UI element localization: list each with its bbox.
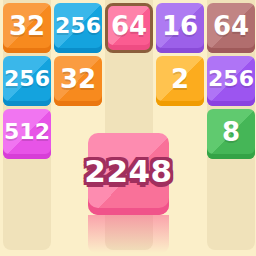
tile-value: 32 <box>9 13 45 43</box>
tile-2[interactable]: 2 <box>156 56 204 106</box>
tile-value: 16 <box>162 13 198 43</box>
tile-16[interactable]: 16 <box>156 3 204 53</box>
tile-256[interactable]: 256 <box>207 56 255 106</box>
big-tile-2248[interactable]: 2248 <box>88 133 169 215</box>
tile-value: 8 <box>222 119 240 149</box>
tile-value: 2 <box>171 66 189 96</box>
big-tile-value: 2248 <box>84 156 172 193</box>
tile-64[interactable]: 64 <box>207 3 255 53</box>
tile-8[interactable]: 8 <box>207 109 255 159</box>
tile-256[interactable]: 256 <box>54 3 102 53</box>
tile-256[interactable]: 256 <box>3 56 51 106</box>
tile-32[interactable]: 32 <box>54 56 102 106</box>
tile-512[interactable]: 512 <box>3 109 51 159</box>
tile-value: 256 <box>55 15 101 41</box>
tile-value: 512 <box>4 121 50 147</box>
big-tile-reflection <box>88 215 169 253</box>
tile-32[interactable]: 32 <box>3 3 51 53</box>
tile-value: 64 <box>213 13 249 43</box>
tile-value: 64 <box>111 13 147 43</box>
game-board: 322566416642563222565128 2248 <box>0 0 256 256</box>
tile-value: 32 <box>60 66 96 96</box>
tile-value: 256 <box>4 68 50 94</box>
tile-value: 256 <box>208 68 254 94</box>
active-tile-64[interactable]: 64 <box>105 3 153 53</box>
